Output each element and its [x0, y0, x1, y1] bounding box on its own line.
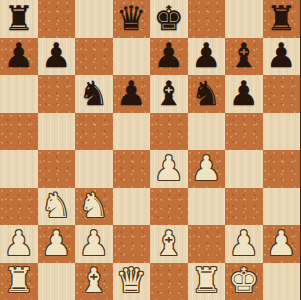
piece-black-pawn[interactable]: ♟	[229, 76, 259, 110]
square-d2[interactable]	[113, 225, 151, 263]
piece-black-rook[interactable]: ♜	[4, 1, 34, 35]
square-f4[interactable]: ♟	[188, 150, 226, 188]
square-a2[interactable]: ♟	[0, 225, 38, 263]
piece-black-queen[interactable]: ♛	[116, 1, 146, 35]
piece-black-pawn[interactable]: ♟	[41, 38, 71, 72]
piece-black-bishop[interactable]: ♝	[229, 38, 259, 72]
square-c6[interactable]: ♞	[75, 75, 113, 113]
square-d4[interactable]	[113, 150, 151, 188]
piece-white-queen[interactable]: ♛	[116, 263, 146, 297]
square-d8[interactable]: ♛	[113, 0, 151, 38]
piece-white-pawn[interactable]: ♟	[229, 226, 259, 260]
square-e2[interactable]: ♝	[150, 225, 188, 263]
square-a7[interactable]: ♟	[0, 38, 38, 76]
square-h3[interactable]	[263, 188, 301, 226]
piece-white-rook[interactable]: ♜	[4, 263, 34, 297]
square-f3[interactable]	[188, 188, 226, 226]
square-d5[interactable]	[113, 113, 151, 151]
square-f6[interactable]: ♞	[188, 75, 226, 113]
piece-white-knight[interactable]: ♞	[41, 188, 71, 222]
piece-white-bishop[interactable]: ♝	[154, 226, 184, 260]
square-a6[interactable]	[0, 75, 38, 113]
square-c1[interactable]: ♝	[75, 263, 113, 300]
piece-black-pawn[interactable]: ♟	[4, 38, 34, 72]
piece-black-knight[interactable]: ♞	[191, 76, 221, 110]
square-f5[interactable]	[188, 113, 226, 151]
piece-white-king[interactable]: ♚	[229, 263, 259, 297]
square-e1[interactable]	[150, 263, 188, 300]
square-e3[interactable]	[150, 188, 188, 226]
square-a8[interactable]: ♜	[0, 0, 38, 38]
piece-black-pawn[interactable]: ♟	[191, 38, 221, 72]
square-g3[interactable]	[225, 188, 263, 226]
piece-white-bishop[interactable]: ♝	[79, 263, 109, 297]
square-h1[interactable]	[263, 263, 301, 300]
square-b8[interactable]	[38, 0, 76, 38]
square-h2[interactable]: ♟	[263, 225, 301, 263]
square-b5[interactable]	[38, 113, 76, 151]
square-b2[interactable]: ♟	[38, 225, 76, 263]
piece-white-pawn[interactable]: ♟	[154, 151, 184, 185]
square-g4[interactable]	[225, 150, 263, 188]
square-c3[interactable]: ♞	[75, 188, 113, 226]
square-h4[interactable]	[263, 150, 301, 188]
piece-black-pawn[interactable]: ♟	[266, 38, 296, 72]
piece-black-rook[interactable]: ♜	[266, 1, 296, 35]
square-g5[interactable]	[225, 113, 263, 151]
square-d7[interactable]	[113, 38, 151, 76]
square-a1[interactable]: ♜	[0, 263, 38, 300]
square-b7[interactable]: ♟	[38, 38, 76, 76]
square-e5[interactable]	[150, 113, 188, 151]
square-c5[interactable]	[75, 113, 113, 151]
square-b6[interactable]	[38, 75, 76, 113]
square-f7[interactable]: ♟	[188, 38, 226, 76]
square-g8[interactable]	[225, 0, 263, 38]
piece-black-knight[interactable]: ♞	[79, 76, 109, 110]
piece-white-knight[interactable]: ♞	[79, 188, 109, 222]
square-a3[interactable]	[0, 188, 38, 226]
piece-black-pawn[interactable]: ♟	[154, 38, 184, 72]
square-e8[interactable]: ♚	[150, 0, 188, 38]
square-g2[interactable]: ♟	[225, 225, 263, 263]
square-d1[interactable]: ♛	[113, 263, 151, 300]
square-c8[interactable]	[75, 0, 113, 38]
square-h8[interactable]: ♜	[263, 0, 301, 38]
piece-white-pawn[interactable]: ♟	[41, 226, 71, 260]
square-b4[interactable]	[38, 150, 76, 188]
square-g6[interactable]: ♟	[225, 75, 263, 113]
square-f1[interactable]: ♜	[188, 263, 226, 300]
square-f2[interactable]	[188, 225, 226, 263]
square-h6[interactable]	[263, 75, 301, 113]
piece-black-pawn[interactable]: ♟	[116, 76, 146, 110]
square-g7[interactable]: ♝	[225, 38, 263, 76]
chess-board: ♜♛♚♜♟♟♟♟♝♟♞♟♝♞♟♟♟♞♞♟♟♟♝♟♟♜♝♛♜♚	[0, 0, 300, 300]
square-c7[interactable]	[75, 38, 113, 76]
square-e4[interactable]: ♟	[150, 150, 188, 188]
square-c4[interactable]	[75, 150, 113, 188]
square-a4[interactable]	[0, 150, 38, 188]
piece-white-pawn[interactable]: ♟	[266, 226, 296, 260]
square-b3[interactable]: ♞	[38, 188, 76, 226]
piece-white-rook[interactable]: ♜	[191, 263, 221, 297]
square-e6[interactable]: ♝	[150, 75, 188, 113]
piece-black-king[interactable]: ♚	[154, 1, 184, 35]
square-h7[interactable]: ♟	[263, 38, 301, 76]
square-f8[interactable]	[188, 0, 226, 38]
piece-white-pawn[interactable]: ♟	[4, 226, 34, 260]
square-d3[interactable]	[113, 188, 151, 226]
square-g1[interactable]: ♚	[225, 263, 263, 300]
square-c2[interactable]: ♟	[75, 225, 113, 263]
piece-white-pawn[interactable]: ♟	[191, 151, 221, 185]
square-b1[interactable]	[38, 263, 76, 300]
square-e7[interactable]: ♟	[150, 38, 188, 76]
piece-black-bishop[interactable]: ♝	[154, 76, 184, 110]
square-d6[interactable]: ♟	[113, 75, 151, 113]
square-a5[interactable]	[0, 113, 38, 151]
piece-white-pawn[interactable]: ♟	[79, 226, 109, 260]
square-h5[interactable]	[263, 113, 301, 151]
